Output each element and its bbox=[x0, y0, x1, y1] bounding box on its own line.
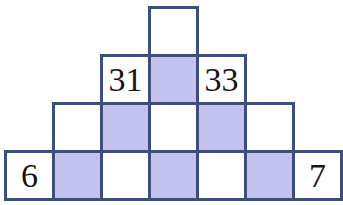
pyramid-cell-empty[interactable] bbox=[148, 102, 199, 153]
pyramid-cell-empty[interactable] bbox=[196, 102, 247, 153]
pyramid-cell-empty[interactable] bbox=[148, 150, 199, 201]
pyramid-cell-given: 31 bbox=[100, 54, 151, 105]
pyramid-cell-empty[interactable] bbox=[52, 102, 103, 153]
pyramid-cell-given: 7 bbox=[292, 150, 343, 201]
pyramid-cell-empty[interactable] bbox=[148, 6, 199, 57]
pyramid-cell-empty[interactable] bbox=[100, 150, 151, 201]
pyramid-cell-given: 6 bbox=[4, 150, 55, 201]
pyramid-cell-empty[interactable] bbox=[148, 54, 199, 105]
pyramid-cell-empty[interactable] bbox=[52, 150, 103, 201]
pyramid-cell-given: 33 bbox=[196, 54, 247, 105]
pyramid-board: 313367 bbox=[0, 0, 343, 205]
pyramid-cell-empty[interactable] bbox=[244, 102, 295, 153]
pyramid-cell-empty[interactable] bbox=[100, 102, 151, 153]
pyramid-cell-empty[interactable] bbox=[196, 150, 247, 201]
pyramid-cell-empty[interactable] bbox=[244, 150, 295, 201]
